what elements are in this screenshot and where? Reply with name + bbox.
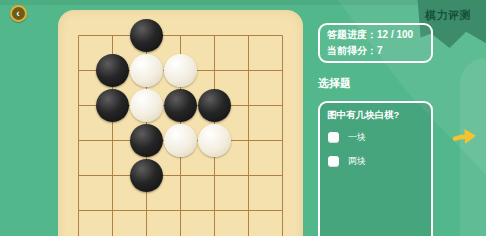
- checkbox-icon[interactable]: [328, 132, 339, 143]
- option-one-block[interactable]: 一块: [328, 131, 425, 144]
- checkbox-icon[interactable]: [328, 156, 339, 167]
- white-stone: [164, 124, 197, 157]
- section-label: 选择题: [318, 76, 351, 91]
- black-stone: [130, 159, 163, 192]
- white-stone: [130, 89, 163, 122]
- progress-row: 答题进度：12 / 100: [327, 27, 424, 43]
- back-button[interactable]: ‹: [10, 5, 27, 22]
- black-stone: [130, 124, 163, 157]
- black-stone: [96, 54, 129, 87]
- option-label: 一块: [348, 131, 366, 144]
- quiz-screen: ‹ 棋力评测 答题进度：12 / 100 当前得分：7 选择题 图中有几块白棋?…: [0, 0, 486, 236]
- option-two-blocks[interactable]: 两块: [328, 155, 425, 168]
- score-label: 当前得分：: [327, 45, 377, 56]
- white-stone: [164, 54, 197, 87]
- black-stone: [96, 89, 129, 122]
- progress-label: 答题进度：: [327, 29, 377, 40]
- option-label: 两块: [348, 155, 366, 168]
- score-row: 当前得分：7: [327, 43, 424, 59]
- question-text: 图中有几块白棋?: [327, 109, 425, 122]
- question-box: 图中有几块白棋? 一块 两块: [318, 101, 433, 236]
- arrow-right-icon: [449, 121, 481, 153]
- black-stone: [164, 89, 197, 122]
- stats-box: 答题进度：12 / 100 当前得分：7: [318, 23, 433, 63]
- next-arrow-button[interactable]: [449, 121, 481, 153]
- white-stone: [198, 124, 231, 157]
- white-stone: [130, 54, 163, 87]
- score-value: 7: [377, 45, 383, 56]
- back-chevron-icon: ‹: [16, 9, 19, 19]
- black-stone: [130, 19, 163, 52]
- go-board: [58, 10, 303, 236]
- ribbon-label: 棋力评测: [425, 9, 471, 21]
- black-stone: [198, 89, 231, 122]
- progress-value: 12 / 100: [377, 29, 413, 40]
